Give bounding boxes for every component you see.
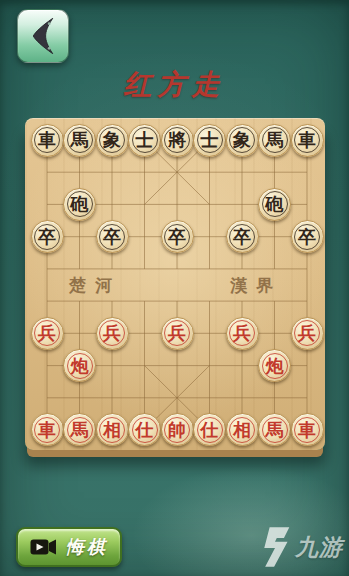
piece-glyph: 兵 [103, 324, 121, 342]
river-label-right: 漢界 [230, 274, 282, 297]
piece-black-general-f4r0[interactable]: 將 [161, 124, 194, 157]
piece-glyph: 車 [298, 131, 316, 149]
piece-red-elephant-f6r9[interactable]: 相 [226, 413, 259, 446]
piece-glyph: 相 [233, 420, 251, 438]
piece-glyph: 車 [298, 420, 316, 438]
piece-glyph: 卒 [298, 227, 316, 245]
piece-glyph: 兵 [298, 324, 316, 342]
piece-black-soldier-f6r3[interactable]: 卒 [226, 220, 259, 253]
piece-black-elephant-f6r0[interactable]: 象 [226, 124, 259, 157]
piece-glyph: 砲 [266, 195, 284, 213]
piece-glyph: 炮 [71, 356, 89, 374]
watermark-9game-logo-icon [258, 524, 292, 570]
piece-glyph: 象 [103, 131, 121, 149]
piece-glyph: 相 [103, 420, 121, 438]
piece-glyph: 炮 [266, 356, 284, 374]
piece-glyph: 馬 [266, 420, 284, 438]
piece-black-horse-f7r0[interactable]: 馬 [258, 124, 291, 157]
undo-button-label: 悔棋 [66, 535, 108, 559]
piece-red-chariot-f0r9[interactable]: 車 [31, 413, 64, 446]
turn-indicator-title: 红方走 [0, 66, 349, 104]
watermark-text: 九游 [295, 532, 343, 563]
back-button[interactable] [17, 9, 69, 63]
piece-black-soldier-f8r3[interactable]: 卒 [291, 220, 324, 253]
piece-glyph: 仕 [136, 420, 154, 438]
piece-glyph: 士 [136, 131, 154, 149]
piece-glyph: 砲 [71, 195, 89, 213]
piece-red-soldier-f4r6[interactable]: 兵 [161, 317, 194, 350]
piece-glyph: 卒 [38, 227, 56, 245]
piece-black-advisor-f3r0[interactable]: 士 [128, 124, 161, 157]
river-label-left: 楚河 [69, 274, 121, 297]
piece-glyph: 象 [233, 131, 251, 149]
piece-glyph: 帥 [168, 420, 186, 438]
piece-red-soldier-f6r6[interactable]: 兵 [226, 317, 259, 350]
back-arrow-icon [28, 15, 58, 57]
piece-red-soldier-f0r6[interactable]: 兵 [31, 317, 64, 350]
piece-black-cannon-f1r2[interactable]: 砲 [63, 188, 96, 221]
piece-glyph: 馬 [266, 131, 284, 149]
piece-black-cannon-f7r2[interactable]: 砲 [258, 188, 291, 221]
xiangqi-board[interactable]: 楚河 漢界 車馬象士將士象馬車砲砲卒卒卒卒卒兵兵兵兵兵炮炮車馬相仕帥仕相馬車 [25, 118, 325, 450]
piece-red-soldier-f2r6[interactable]: 兵 [96, 317, 129, 350]
piece-glyph: 仕 [201, 420, 219, 438]
piece-glyph: 車 [38, 420, 56, 438]
piece-black-soldier-f0r3[interactable]: 卒 [31, 220, 64, 253]
piece-black-advisor-f5r0[interactable]: 士 [193, 124, 226, 157]
piece-red-cannon-f1r7[interactable]: 炮 [63, 349, 96, 382]
piece-red-elephant-f2r9[interactable]: 相 [96, 413, 129, 446]
piece-glyph: 兵 [38, 324, 56, 342]
piece-glyph: 兵 [233, 324, 251, 342]
piece-glyph: 馬 [71, 131, 89, 149]
piece-red-general-f4r9[interactable]: 帥 [161, 413, 194, 446]
piece-black-elephant-f2r0[interactable]: 象 [96, 124, 129, 157]
piece-glyph: 士 [201, 131, 219, 149]
piece-glyph: 馬 [71, 420, 89, 438]
piece-black-soldier-f2r3[interactable]: 卒 [96, 220, 129, 253]
piece-black-horse-f1r0[interactable]: 馬 [63, 124, 96, 157]
piece-glyph: 卒 [233, 227, 251, 245]
piece-black-chariot-f0r0[interactable]: 車 [31, 124, 64, 157]
piece-red-soldier-f8r6[interactable]: 兵 [291, 317, 324, 350]
undo-move-button[interactable]: 悔棋 [16, 527, 122, 567]
piece-red-chariot-f8r9[interactable]: 車 [291, 413, 324, 446]
piece-black-soldier-f4r3[interactable]: 卒 [161, 220, 194, 253]
piece-glyph: 卒 [168, 227, 186, 245]
piece-glyph: 車 [38, 131, 56, 149]
piece-glyph: 卒 [103, 227, 121, 245]
piece-black-chariot-f8r0[interactable]: 車 [291, 124, 324, 157]
piece-glyph: 兵 [168, 324, 186, 342]
camcorder-icon [30, 537, 57, 557]
watermark: 九游 [258, 524, 343, 570]
piece-red-cannon-f7r7[interactable]: 炮 [258, 349, 291, 382]
piece-glyph: 將 [168, 131, 186, 149]
